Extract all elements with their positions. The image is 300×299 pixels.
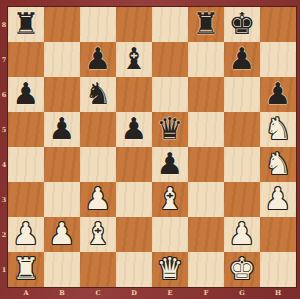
piece-black-rook[interactable]: ♜ [193,6,220,41]
square-c8[interactable] [80,7,116,42]
square-e1[interactable]: ♛ [152,252,188,287]
piece-white-pawn[interactable]: ♟ [85,181,112,216]
square-h8[interactable] [260,7,296,42]
square-e7[interactable] [152,42,188,77]
square-d3[interactable] [116,182,152,217]
square-d6[interactable] [116,77,152,112]
piece-white-bishop[interactable]: ♝ [157,181,184,216]
square-g8[interactable]: ♚ [224,7,260,42]
square-b5[interactable]: ♟ [44,112,80,147]
square-d5[interactable]: ♟ [116,112,152,147]
piece-white-knight[interactable]: ♞ [265,146,292,181]
square-c7[interactable]: ♟ [80,42,116,77]
square-h1[interactable] [260,252,296,287]
rank-label-4: 4 [0,147,8,182]
square-e5[interactable]: ♛ [152,112,188,147]
square-g4[interactable] [224,147,260,182]
square-b4[interactable] [44,147,80,182]
square-f4[interactable] [188,147,224,182]
piece-black-pawn[interactable]: ♟ [13,76,40,111]
square-h5[interactable]: ♞ [260,112,296,147]
square-g6[interactable] [224,77,260,112]
square-b7[interactable] [44,42,80,77]
rank-labels: 87654321 [0,7,8,287]
piece-white-queen[interactable]: ♛ [157,251,184,286]
square-c1[interactable] [80,252,116,287]
file-label-e: E [152,287,188,299]
square-a4[interactable] [8,147,44,182]
board: ♜♜♚♟♝♟♟♞♟♟♟♛♞♟♞♟♝♟♟♟♝♟♜♛♚ [8,7,296,287]
chess-board-frame: 87654321 ♜♜♚♟♝♟♟♞♟♟♟♛♞♟♞♟♝♟♟♟♝♟♜♛♚ ABCDE… [0,0,300,299]
square-h2[interactable] [260,217,296,252]
piece-white-pawn[interactable]: ♟ [265,181,292,216]
rank-label-8: 8 [0,7,8,42]
square-f8[interactable]: ♜ [188,7,224,42]
file-label-b: B [44,287,80,299]
piece-black-pawn[interactable]: ♟ [265,76,292,111]
square-g1[interactable]: ♚ [224,252,260,287]
square-f3[interactable] [188,182,224,217]
piece-black-king[interactable]: ♚ [229,6,256,41]
square-h4[interactable]: ♞ [260,147,296,182]
square-b6[interactable] [44,77,80,112]
square-f5[interactable] [188,112,224,147]
piece-white-pawn[interactable]: ♟ [49,216,76,251]
square-a2[interactable]: ♟ [8,217,44,252]
rank-label-6: 6 [0,77,8,112]
file-label-h: H [260,287,296,299]
square-e2[interactable] [152,217,188,252]
square-e8[interactable] [152,7,188,42]
square-g7[interactable]: ♟ [224,42,260,77]
piece-white-bishop[interactable]: ♝ [85,216,112,251]
file-label-a: A [8,287,44,299]
square-b2[interactable]: ♟ [44,217,80,252]
rank-label-5: 5 [0,112,8,147]
piece-black-pawn[interactable]: ♟ [49,111,76,146]
piece-black-pawn[interactable]: ♟ [85,41,112,76]
piece-black-pawn[interactable]: ♟ [229,41,256,76]
square-c2[interactable]: ♝ [80,217,116,252]
piece-black-pawn[interactable]: ♟ [157,146,184,181]
piece-white-knight[interactable]: ♞ [265,111,292,146]
rank-label-2: 2 [0,217,8,252]
square-g5[interactable] [224,112,260,147]
square-h7[interactable] [260,42,296,77]
square-c5[interactable] [80,112,116,147]
rank-label-1: 1 [0,252,8,287]
square-a5[interactable] [8,112,44,147]
square-e6[interactable] [152,77,188,112]
file-label-f: F [188,287,224,299]
piece-black-bishop[interactable]: ♝ [121,41,148,76]
square-a7[interactable] [8,42,44,77]
piece-white-pawn[interactable]: ♟ [229,216,256,251]
square-f6[interactable] [188,77,224,112]
square-c3[interactable]: ♟ [80,182,116,217]
square-g2[interactable]: ♟ [224,217,260,252]
piece-black-pawn[interactable]: ♟ [121,111,148,146]
square-f2[interactable] [188,217,224,252]
square-d1[interactable] [116,252,152,287]
square-b8[interactable] [44,7,80,42]
square-f7[interactable] [188,42,224,77]
file-label-d: D [116,287,152,299]
square-h6[interactable]: ♟ [260,77,296,112]
rank-label-7: 7 [0,42,8,77]
piece-black-knight[interactable]: ♞ [85,76,112,111]
square-d4[interactable] [116,147,152,182]
square-d8[interactable] [116,7,152,42]
rank-label-3: 3 [0,182,8,217]
file-label-c: C [80,287,116,299]
square-a8[interactable]: ♜ [8,7,44,42]
square-d2[interactable] [116,217,152,252]
square-a3[interactable] [8,182,44,217]
square-b3[interactable] [44,182,80,217]
square-a1[interactable]: ♜ [8,252,44,287]
piece-white-pawn[interactable]: ♟ [13,216,40,251]
square-e4[interactable]: ♟ [152,147,188,182]
piece-white-king[interactable]: ♚ [229,251,256,286]
piece-black-rook[interactable]: ♜ [13,6,40,41]
piece-black-queen[interactable]: ♛ [157,111,184,146]
square-f1[interactable] [188,252,224,287]
square-g3[interactable] [224,182,260,217]
square-a6[interactable]: ♟ [8,77,44,112]
square-b1[interactable] [44,252,80,287]
square-e3[interactable]: ♝ [152,182,188,217]
piece-white-rook[interactable]: ♜ [13,251,40,286]
square-c4[interactable] [80,147,116,182]
square-d7[interactable]: ♝ [116,42,152,77]
file-labels: ABCDEFGH [8,287,296,299]
square-h3[interactable]: ♟ [260,182,296,217]
square-c6[interactable]: ♞ [80,77,116,112]
file-label-g: G [224,287,260,299]
